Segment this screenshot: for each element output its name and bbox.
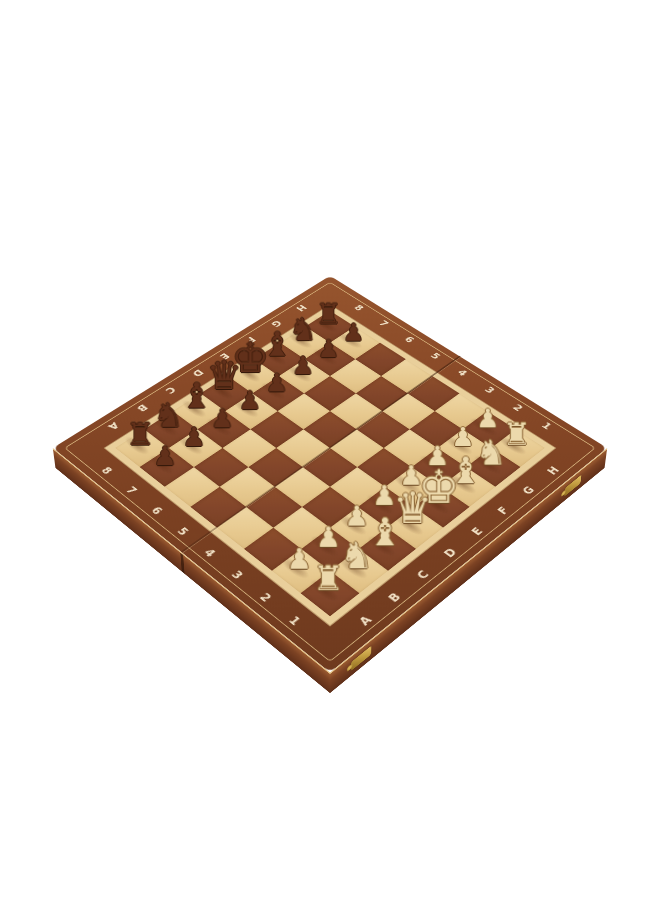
black-pawn-a7[interactable]: ♟ (143, 442, 188, 468)
chess-board: AABBCCDDEEFFGGHH1122334455667788♜♞♝♛♚♝♞♜… (53, 276, 607, 673)
fold-seam-side-notch (180, 553, 184, 574)
board-anchor: AABBCCDDEEFFGGHH1122334455667788♜♞♝♛♚♝♞♜… (134, 252, 526, 644)
white-rook-a1[interactable]: ♜ (304, 560, 352, 594)
chess-set-product-photo: AABBCCDDEEFFGGHH1122334455667788♜♞♝♛♚♝♞♜… (0, 0, 660, 900)
